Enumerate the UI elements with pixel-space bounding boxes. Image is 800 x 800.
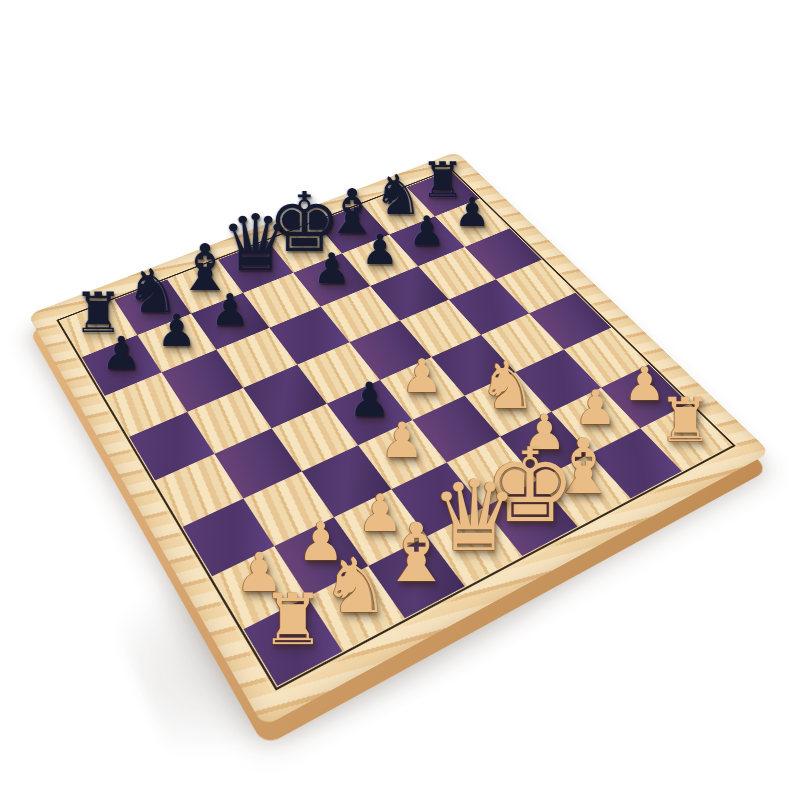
square-a4 [155,454,243,527]
square-d4 [327,380,413,445]
square-e2 [447,437,538,508]
square-g1 [590,428,682,498]
square-a5 [129,412,214,480]
square-b3 [243,471,334,546]
chessboard-scene [110,110,650,650]
chessboard-3d [28,152,771,727]
square-c4 [272,404,358,472]
square-b2 [274,517,368,597]
square-c3 [302,445,392,517]
square-h1 [640,404,731,472]
square-a6 [105,372,187,436]
board-pine-frame [28,152,771,727]
square-b5 [187,388,271,454]
square-d3 [358,420,447,489]
square-a2 [212,546,307,629]
square-e3 [412,396,500,463]
product-photo-stage: ♜♞♝♛♚♝♞♜♟♟♟♟♟♟♟♟♟♟♞♟♟♟♝♜♚♛♝♟♟♞♟♜ [0,0,800,800]
square-g2 [551,388,640,454]
square-f3 [465,372,552,436]
square-c1 [368,536,465,618]
square-a3 [183,499,275,577]
square-b4 [214,428,301,498]
square-e1 [483,480,577,556]
square-b1 [307,566,405,651]
square-f2 [500,412,590,480]
square-a1 [244,597,343,686]
square-d1 [427,508,522,587]
square-d2 [391,463,483,537]
square-f1 [538,454,631,527]
board-grid [60,170,731,686]
square-c2 [334,489,427,566]
